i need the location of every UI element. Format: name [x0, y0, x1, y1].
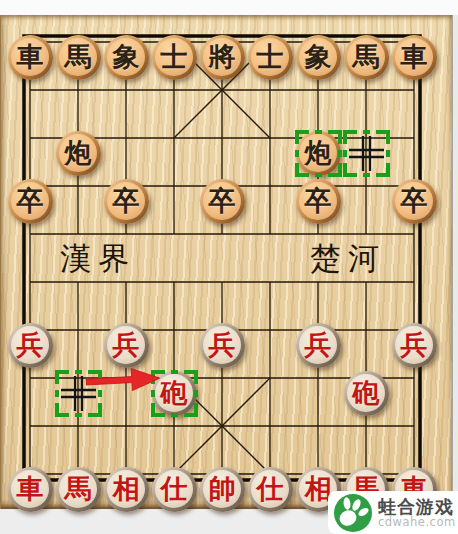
piece-glyph: 車 — [401, 38, 428, 76]
piece-glyph: 象 — [305, 38, 332, 76]
piece-glyph: 兵 — [209, 326, 236, 364]
piece-black-卒[interactable]: 卒 — [390, 177, 438, 225]
piece-glyph: 卒 — [17, 182, 44, 220]
piece-glyph: 士 — [161, 38, 188, 76]
piece-black-士[interactable]: 士 — [150, 33, 198, 81]
piece-glyph: 兵 — [305, 326, 332, 364]
piece-black-車[interactable]: 車 — [6, 33, 54, 81]
piece-black-卒[interactable]: 卒 — [6, 177, 54, 225]
piece-glyph: 相 — [113, 470, 140, 508]
piece-glyph: 馬 — [65, 38, 92, 76]
piece-glyph: 仕 — [161, 470, 188, 508]
piece-red-相[interactable]: 相 — [102, 465, 150, 513]
piece-black-卒[interactable]: 卒 — [102, 177, 150, 225]
watermark: 蛙合游戏 cdwahe.com — [328, 491, 458, 534]
piece-glyph: 卒 — [113, 182, 140, 220]
piece-red-帥[interactable]: 帥 — [198, 465, 246, 513]
piece-red-馬[interactable]: 馬 — [54, 465, 102, 513]
piece-red-兵[interactable]: 兵 — [198, 321, 246, 369]
selection-bracket — [54, 369, 102, 417]
piece-glyph: 卒 — [305, 182, 332, 220]
piece-glyph: 兵 — [17, 326, 44, 364]
piece-glyph: 炮 — [65, 134, 92, 172]
move-origin-crosshair-icon — [342, 129, 390, 177]
piece-glyph: 兵 — [401, 326, 428, 364]
watermark-domain: cdwahe.com — [378, 516, 456, 529]
piece-red-兵[interactable]: 兵 — [294, 321, 342, 369]
piece-glyph: 將 — [209, 38, 236, 76]
piece-black-卒[interactable]: 卒 — [198, 177, 246, 225]
piece-red-兵[interactable]: 兵 — [102, 321, 150, 369]
piece-black-炮[interactable]: 炮 — [54, 129, 102, 177]
piece-red-仕[interactable]: 仕 — [150, 465, 198, 513]
frog-paw-icon — [334, 494, 372, 532]
piece-red-車[interactable]: 車 — [6, 465, 54, 513]
piece-glyph: 士 — [257, 38, 284, 76]
piece-black-將[interactable]: 將 — [198, 33, 246, 81]
piece-glyph: 仕 — [257, 470, 284, 508]
xiangqi-app: 123456789 — [0, 0, 458, 534]
piece-glyph: 馬 — [65, 470, 92, 508]
piece-black-卒[interactable]: 卒 — [294, 177, 342, 225]
piece-red-仕[interactable]: 仕 — [246, 465, 294, 513]
selection-bracket — [342, 129, 390, 177]
piece-glyph: 兵 — [113, 326, 140, 364]
move-origin-crosshair-icon — [54, 369, 102, 417]
piece-glyph: 馬 — [353, 38, 380, 76]
piece-black-炮[interactable]: 炮 — [294, 129, 342, 177]
piece-red-兵[interactable]: 兵 — [390, 321, 438, 369]
piece-glyph: 車 — [17, 38, 44, 76]
piece-black-車[interactable]: 車 — [390, 33, 438, 81]
piece-red-砲[interactable]: 砲 — [342, 369, 390, 417]
piece-glyph: 卒 — [209, 182, 236, 220]
piece-glyph: 炮 — [305, 134, 332, 172]
piece-red-砲[interactable]: 砲 — [150, 369, 198, 417]
piece-glyph: 帥 — [209, 470, 236, 508]
piece-glyph: 砲 — [353, 374, 380, 412]
piece-glyph: 砲 — [161, 374, 188, 412]
piece-black-象[interactable]: 象 — [102, 33, 150, 81]
piece-red-兵[interactable]: 兵 — [6, 321, 54, 369]
piece-glyph: 象 — [113, 38, 140, 76]
piece-glyph: 車 — [17, 470, 44, 508]
piece-black-士[interactable]: 士 — [246, 33, 294, 81]
piece-glyph: 卒 — [401, 182, 428, 220]
piece-black-馬[interactable]: 馬 — [342, 33, 390, 81]
watermark-title: 蛙合游戏 — [378, 497, 456, 516]
piece-black-馬[interactable]: 馬 — [54, 33, 102, 81]
piece-black-象[interactable]: 象 — [294, 33, 342, 81]
board-intersection-grid[interactable]: 車馬象士將士象馬車炮炮卒卒卒卒卒兵兵兵兵兵砲砲車馬相仕帥仕相馬車 — [6, 33, 438, 513]
